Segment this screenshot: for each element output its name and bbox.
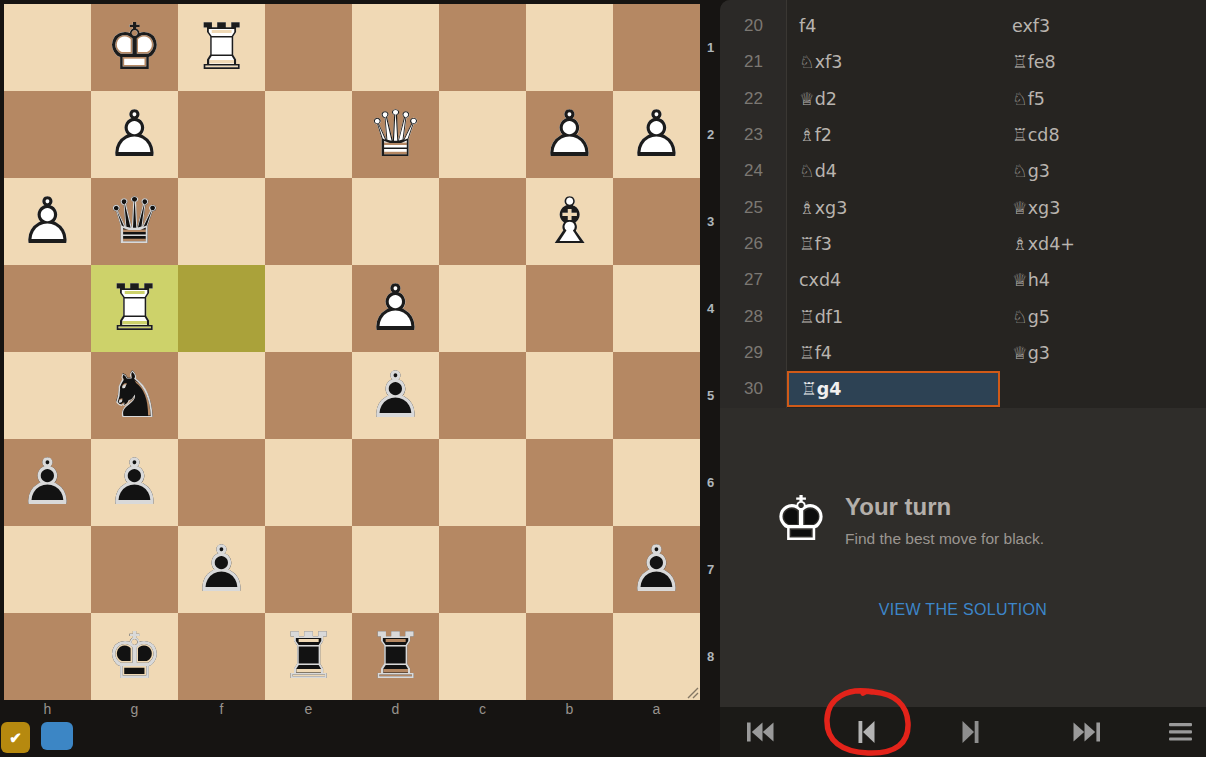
move-number: 30	[720, 371, 787, 407]
board: ♚♔♜♖♟♙♛♕♟♙♟♙♟♙♛♕♝♗♜♖♟♙♞♘♟♙♟♙♟♙♟♙♟♙♚♔♜♖♜♖	[4, 4, 700, 700]
step-forward-icon	[958, 719, 984, 745]
square-h7[interactable]	[4, 526, 91, 613]
square-b6[interactable]	[526, 439, 613, 526]
square-c8[interactable]	[439, 613, 526, 700]
square-h8[interactable]	[4, 613, 91, 700]
square-a5[interactable]	[613, 352, 700, 439]
move-number: 29	[720, 335, 787, 371]
square-d2[interactable]: ♛♕	[352, 91, 439, 178]
square-d4[interactable]: ♟♙	[352, 265, 439, 352]
white-bishop-piece[interactable]: ♝♗	[526, 178, 613, 265]
move-black-24[interactable]: ♘g3	[1000, 153, 1206, 189]
skip-to-last-icon	[1071, 720, 1103, 744]
square-g4[interactable]: ♜♖	[91, 265, 178, 352]
file-label-g: g	[91, 700, 178, 718]
black-pawn-piece[interactable]: ♟♙	[91, 439, 178, 526]
move-number: 20	[720, 8, 787, 44]
move-number: 23	[720, 117, 787, 153]
move-white-28[interactable]: ♖df1	[787, 298, 1000, 334]
square-f1[interactable]: ♜♖	[178, 4, 265, 91]
square-g7[interactable]	[91, 526, 178, 613]
square-b1[interactable]	[526, 4, 613, 91]
rank-label-4: 4	[702, 265, 719, 352]
move-number: 21	[720, 44, 787, 80]
square-a1[interactable]	[613, 4, 700, 91]
move-white-30[interactable]: ♖g4	[787, 371, 1000, 407]
white-rook-piece[interactable]: ♜♖	[91, 265, 178, 352]
turn-subtitle: Find the best move for black.	[845, 530, 1044, 548]
square-g3[interactable]: ♛♕	[91, 178, 178, 265]
move-white-24[interactable]: ♘d4	[787, 153, 1000, 189]
square-c7[interactable]	[439, 526, 526, 613]
square-h1[interactable]	[4, 4, 91, 91]
file-label-h: h	[4, 700, 91, 718]
square-h3[interactable]: ♟♙	[4, 178, 91, 265]
file-label-f: f	[178, 700, 265, 718]
move-black-27[interactable]: ♕h4	[1000, 262, 1206, 298]
square-c3[interactable]	[439, 178, 526, 265]
square-d1[interactable]	[352, 4, 439, 91]
move-white-26[interactable]: ♖f3	[787, 226, 1000, 262]
square-c5[interactable]	[439, 352, 526, 439]
square-g8[interactable]: ♚♔	[91, 613, 178, 700]
white-pawn-piece[interactable]: ♟♙	[91, 91, 178, 178]
white-pawn-piece[interactable]: ♟♙	[613, 91, 700, 178]
black-pawn-piece[interactable]: ♟♙	[613, 526, 700, 613]
black-king-icon: ♚♔	[766, 484, 836, 554]
rank-label-6: 6	[702, 439, 719, 526]
black-rook-piece[interactable]: ♜♖	[352, 613, 439, 700]
black-king-piece[interactable]: ♚♔	[91, 613, 178, 700]
black-pawn-piece[interactable]: ♟♙	[4, 439, 91, 526]
next-move-button[interactable]	[941, 707, 1001, 757]
white-pawn-piece[interactable]: ♟♙	[4, 178, 91, 265]
black-pawn-piece[interactable]: ♟♙	[178, 526, 265, 613]
black-pawn-piece[interactable]: ♟♙	[352, 352, 439, 439]
square-g5[interactable]: ♞♘	[91, 352, 178, 439]
square-h6[interactable]: ♟♙	[4, 439, 91, 526]
square-b5[interactable]	[526, 352, 613, 439]
file-label-c: c	[439, 700, 526, 718]
move-black-26[interactable]: ♗xd4+	[1000, 226, 1206, 262]
square-g6[interactable]: ♟♙	[91, 439, 178, 526]
white-pawn-piece[interactable]: ♟♙	[526, 91, 613, 178]
white-king-piece[interactable]: ♚♔	[91, 4, 178, 91]
square-d6[interactable]	[352, 439, 439, 526]
square-e5[interactable]	[265, 352, 352, 439]
square-e6[interactable]	[265, 439, 352, 526]
move-black-23[interactable]: ♖cd8	[1000, 117, 1206, 153]
square-d3[interactable]	[352, 178, 439, 265]
move-white-23[interactable]: ♗f2	[787, 117, 1000, 153]
move-number: 28	[720, 298, 787, 334]
move-white-21[interactable]: ♘xf3	[787, 44, 1000, 80]
rank-label-5: 5	[702, 352, 719, 439]
file-label-e: e	[265, 700, 352, 718]
file-labels: hgfedcba	[4, 700, 700, 718]
square-g2[interactable]: ♟♙	[91, 91, 178, 178]
square-c2[interactable]	[439, 91, 526, 178]
nav-bar	[720, 707, 1206, 757]
square-d8[interactable]: ♜♖	[352, 613, 439, 700]
square-g1[interactable]: ♚♔	[91, 4, 178, 91]
square-f2[interactable]	[178, 91, 265, 178]
black-knight-piece[interactable]: ♞♘	[91, 352, 178, 439]
move-number: 26	[720, 226, 787, 262]
rank-labels: 12345678	[702, 4, 719, 700]
square-f7[interactable]: ♟♙	[178, 526, 265, 613]
feedback-panel: ♚♔ Your turn Find the best move for blac…	[720, 408, 1206, 707]
square-d7[interactable]	[352, 526, 439, 613]
last-move-button[interactable]	[1057, 707, 1117, 757]
square-a6[interactable]	[613, 439, 700, 526]
rank-label-7: 7	[702, 526, 719, 613]
move-white-25[interactable]: ♗xg3	[787, 189, 1000, 225]
square-f3[interactable]	[178, 178, 265, 265]
menu-button[interactable]	[1151, 707, 1206, 757]
black-rook-piece[interactable]: ♜♖	[265, 613, 352, 700]
file-label-b: b	[526, 700, 613, 718]
square-h2[interactable]	[4, 91, 91, 178]
check-chip[interactable]: ✔	[1, 722, 30, 753]
white-pawn-piece[interactable]: ♟♙	[352, 265, 439, 352]
file-label-d: d	[352, 700, 439, 718]
turn-title: Your turn	[845, 493, 951, 521]
square-f6[interactable]	[178, 439, 265, 526]
check-icon: ✔	[9, 729, 22, 747]
square-f5[interactable]	[178, 352, 265, 439]
square-d5[interactable]: ♟♙	[352, 352, 439, 439]
skip-to-first-icon	[744, 720, 776, 744]
view-solution-link[interactable]: VIEW THE SOLUTION	[720, 601, 1206, 619]
square-c4[interactable]	[439, 265, 526, 352]
square-c6[interactable]	[439, 439, 526, 526]
file-label-a: a	[613, 700, 700, 718]
step-back-icon	[853, 719, 879, 745]
move-black-30	[1000, 371, 1206, 407]
move-white-20[interactable]: f4	[787, 8, 1000, 44]
move-white-22[interactable]: ♕d2	[787, 81, 1000, 117]
square-a7[interactable]: ♟♙	[613, 526, 700, 613]
square-b2[interactable]: ♟♙	[526, 91, 613, 178]
square-e4[interactable]	[265, 265, 352, 352]
square-f4[interactable]	[178, 265, 265, 352]
square-a4[interactable]	[613, 265, 700, 352]
rank-label-3: 3	[702, 178, 719, 265]
square-a3[interactable]	[613, 178, 700, 265]
square-h4[interactable]	[4, 265, 91, 352]
move-number: 22	[720, 81, 787, 117]
move-black-25[interactable]: ♕xg3	[1000, 189, 1206, 225]
move-black-22[interactable]: ♘f5	[1000, 81, 1206, 117]
move-black-28[interactable]: ♘g5	[1000, 298, 1206, 334]
square-e8[interactable]: ♜♖	[265, 613, 352, 700]
move-list-panel: 20f4exf321♘xf3♖fe822♕d2♘f523♗f2♖cd824♘d4…	[720, 0, 1206, 408]
square-a2[interactable]: ♟♙	[613, 91, 700, 178]
square-e3[interactable]	[265, 178, 352, 265]
move-rows: 20f4exf321♘xf3♖fe822♕d2♘f523♗f2♖cd824♘d4…	[720, 8, 1206, 407]
square-h5[interactable]	[4, 352, 91, 439]
board-resize-handle[interactable]	[685, 685, 699, 699]
square-b7[interactable]	[526, 526, 613, 613]
first-move-button[interactable]	[730, 707, 790, 757]
square-c1[interactable]	[439, 4, 526, 91]
square-b3[interactable]: ♝♗	[526, 178, 613, 265]
white-queen-piece[interactable]: ♛♕	[352, 91, 439, 178]
rank-label-1: 1	[702, 4, 719, 91]
previous-move-button[interactable]	[836, 707, 896, 757]
square-e2[interactable]	[265, 91, 352, 178]
move-black-20[interactable]: exf3	[1000, 8, 1206, 44]
square-e7[interactable]	[265, 526, 352, 613]
square-f8[interactable]	[178, 613, 265, 700]
square-e1[interactable]	[265, 4, 352, 91]
blue-chip[interactable]	[41, 722, 73, 750]
move-number: 25	[720, 189, 787, 225]
move-number: 24	[720, 153, 787, 189]
hamburger-menu-icon	[1169, 722, 1193, 742]
square-b8[interactable]	[526, 613, 613, 700]
move-white-29[interactable]: ♖f4	[787, 335, 1000, 371]
puzzle-page: ♚♔♜♖♟♙♛♕♟♙♟♙♟♙♛♕♝♗♜♖♟♙♞♘♟♙♟♙♟♙♟♙♟♙♚♔♜♖♜♖…	[0, 0, 1206, 757]
rank-label-2: 2	[702, 91, 719, 178]
white-rook-piece[interactable]: ♜♖	[178, 4, 265, 91]
move-white-27[interactable]: cxd4	[787, 262, 1000, 298]
move-black-29[interactable]: ♕g3	[1000, 335, 1206, 371]
move-black-21[interactable]: ♖fe8	[1000, 44, 1206, 80]
black-queen-piece[interactable]: ♛♕	[91, 178, 178, 265]
rank-label-8: 8	[702, 613, 719, 700]
square-b4[interactable]	[526, 265, 613, 352]
move-number: 27	[720, 262, 787, 298]
